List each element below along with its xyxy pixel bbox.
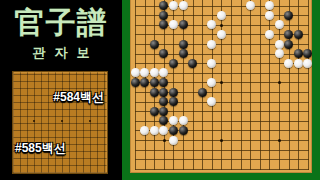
- black-stone: [140, 78, 149, 87]
- black-stone: [169, 97, 178, 106]
- white-stone: [159, 68, 168, 77]
- white-stone: [284, 59, 293, 68]
- white-stone: [207, 97, 216, 106]
- white-stone: [179, 1, 188, 10]
- grid-line-h: [135, 159, 309, 160]
- star-point: [163, 139, 166, 142]
- black-stone: [179, 20, 188, 29]
- thumbnail: 官子譜 관자보 #584백선 #585백선: [0, 0, 320, 180]
- black-stone: [179, 126, 188, 135]
- black-stone: [150, 40, 159, 49]
- black-stone: [284, 40, 293, 49]
- black-stone: [284, 30, 293, 39]
- star-point: [278, 81, 281, 84]
- black-stone: [159, 78, 168, 87]
- black-stone: [294, 30, 303, 39]
- white-stone: [294, 59, 303, 68]
- black-stone: [150, 78, 159, 87]
- grid-line-v: [260, 0, 261, 170]
- white-stone: [150, 68, 159, 77]
- go-board-frame: [122, 0, 320, 180]
- black-stone: [159, 88, 168, 97]
- white-stone: [217, 11, 226, 20]
- white-stone: [169, 136, 178, 145]
- white-stone: [275, 20, 284, 29]
- white-stone: [140, 68, 149, 77]
- title-korean: 관자보: [0, 44, 122, 62]
- white-stone: [140, 126, 149, 135]
- white-stone: [207, 78, 216, 87]
- black-stone: [131, 78, 140, 87]
- go-board: [130, 0, 312, 173]
- problem-label-585: #585백선: [15, 140, 66, 157]
- white-stone: [179, 116, 188, 125]
- black-stone: [159, 107, 168, 116]
- grid-line-v: [298, 0, 299, 170]
- star-point: [278, 139, 281, 142]
- white-stone: [275, 40, 284, 49]
- grid-line-h: [135, 169, 309, 170]
- white-stone: [131, 68, 140, 77]
- black-stone: [169, 126, 178, 135]
- mini-star-point: [33, 120, 35, 122]
- white-stone: [207, 59, 216, 68]
- black-stone: [198, 88, 207, 97]
- grid-line-v: [241, 0, 242, 170]
- star-point: [220, 24, 223, 27]
- black-stone: [294, 49, 303, 58]
- white-stone: [207, 40, 216, 49]
- white-stone: [159, 126, 168, 135]
- black-stone: [169, 59, 178, 68]
- black-stone: [169, 88, 178, 97]
- white-stone: [246, 1, 255, 10]
- black-stone: [159, 20, 168, 29]
- black-stone: [150, 88, 159, 97]
- mini-star-point: [61, 120, 63, 122]
- left-panel: 官子譜 관자보 #584백선 #585백선: [0, 0, 122, 180]
- white-stone: [217, 30, 226, 39]
- white-stone: [265, 1, 274, 10]
- star-point: [220, 139, 223, 142]
- mini-goban-image: #584백선 #585백선: [12, 71, 108, 174]
- star-point: [220, 81, 223, 84]
- black-stone: [159, 116, 168, 125]
- white-stone: [169, 20, 178, 29]
- black-stone: [150, 107, 159, 116]
- black-stone: [179, 49, 188, 58]
- grid-line-v: [193, 0, 194, 170]
- title-hanja: 官子譜: [0, 6, 122, 40]
- black-stone: [188, 59, 197, 68]
- black-stone: [159, 1, 168, 10]
- black-stone: [159, 49, 168, 58]
- black-stone: [303, 49, 312, 58]
- grid-line-v: [308, 0, 309, 170]
- white-stone: [207, 20, 216, 29]
- grid-line-h: [135, 150, 309, 151]
- black-stone: [159, 97, 168, 106]
- white-stone: [265, 30, 274, 39]
- grid-line-v: [231, 0, 232, 170]
- white-stone: [265, 11, 274, 20]
- mini-star-point: [89, 120, 91, 122]
- black-stone: [159, 11, 168, 20]
- white-stone: [150, 126, 159, 135]
- grid-line-v: [250, 0, 251, 170]
- white-stone: [169, 1, 178, 10]
- grid-line-v: [289, 0, 290, 170]
- white-stone: [169, 116, 178, 125]
- white-stone: [303, 59, 312, 68]
- grid-line-v: [269, 0, 270, 170]
- black-stone: [284, 11, 293, 20]
- white-stone: [275, 49, 284, 58]
- problem-label-584: #584백선: [53, 89, 104, 106]
- black-stone: [179, 40, 188, 49]
- grid-line-v: [202, 0, 203, 170]
